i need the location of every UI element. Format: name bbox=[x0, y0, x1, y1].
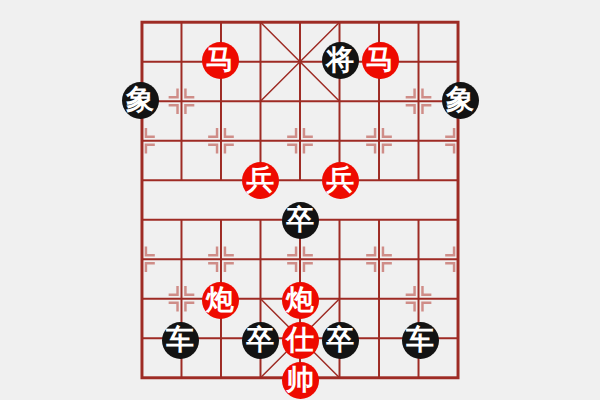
red-pawn[interactable]: 兵 bbox=[322, 162, 359, 199]
black-rook[interactable]: 车 bbox=[162, 322, 199, 359]
black-rook[interactable]: 车 bbox=[402, 322, 439, 359]
black-pawn[interactable]: 卒 bbox=[282, 202, 319, 239]
red-cannon[interactable]: 炮 bbox=[202, 282, 239, 319]
xiangqi-app: 马将马象象兵兵卒炮炮车卒仕卒车帅 bbox=[0, 0, 600, 400]
black-pawn[interactable]: 卒 bbox=[242, 322, 279, 359]
black-elephant[interactable]: 象 bbox=[442, 82, 479, 119]
black-elephant[interactable]: 象 bbox=[122, 82, 159, 119]
red-advisor[interactable]: 仕 bbox=[282, 322, 319, 359]
red-pawn[interactable]: 兵 bbox=[242, 162, 279, 199]
pieces-layer: 马将马象象兵兵卒炮炮车卒仕卒车帅 bbox=[0, 0, 600, 400]
black-general[interactable]: 将 bbox=[322, 42, 359, 79]
red-horse[interactable]: 马 bbox=[362, 42, 399, 79]
red-horse[interactable]: 马 bbox=[202, 42, 239, 79]
black-pawn[interactable]: 卒 bbox=[322, 322, 359, 359]
red-cannon[interactable]: 炮 bbox=[282, 282, 319, 319]
red-king[interactable]: 帅 bbox=[282, 362, 319, 399]
